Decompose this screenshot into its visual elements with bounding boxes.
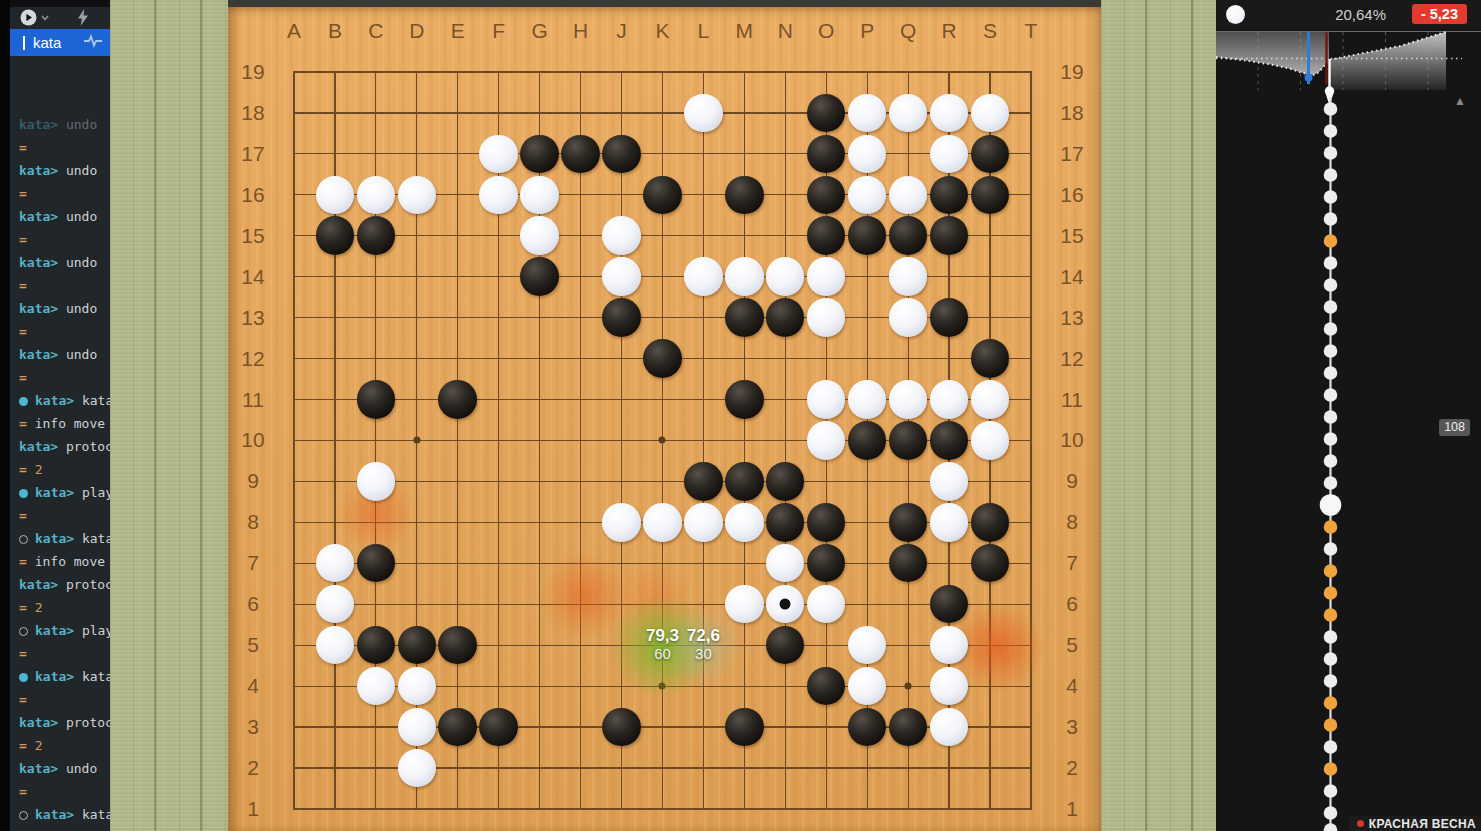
tree-node[interactable]	[1324, 696, 1338, 710]
stone-S11[interactable]	[971, 380, 1010, 419]
coord-label-top: O	[818, 19, 834, 43]
engine-name: kata	[33, 34, 61, 51]
stone-H17[interactable]	[561, 135, 600, 174]
pulse-icon	[84, 34, 102, 52]
coord-label-left: 11	[242, 388, 264, 412]
stone-P10[interactable]	[848, 421, 887, 460]
coord-label-top: T	[1025, 19, 1038, 43]
stone-K12[interactable]	[643, 339, 682, 378]
stone-C7[interactable]	[357, 544, 396, 583]
tree-node[interactable]	[1324, 762, 1338, 776]
last-move-marker	[780, 599, 791, 610]
gtp-response-line: =	[10, 366, 110, 389]
coord-label-left: 5	[247, 633, 259, 657]
stones-grid	[274, 52, 1052, 830]
coord-label-right: 18	[1060, 101, 1083, 125]
coord-label-top: N	[778, 19, 793, 43]
stone-R8[interactable]	[930, 503, 969, 542]
coord-label-top: A	[287, 19, 301, 43]
stone-L18[interactable]	[684, 94, 723, 133]
coord-label-right: 9	[1066, 469, 1078, 493]
gtp-command-line: kata> kata-analyze	[10, 389, 110, 412]
gtp-command-line: kata> undo	[10, 159, 110, 182]
tatami-mat-left	[110, 0, 228, 831]
coord-label-top: B	[328, 19, 342, 43]
stone-M16[interactable]	[725, 176, 764, 215]
tree-node[interactable]	[1324, 212, 1338, 226]
stone-N14[interactable]	[766, 257, 805, 296]
stone-E3[interactable]	[438, 708, 477, 747]
stone-C4[interactable]	[357, 667, 396, 706]
hollow-circle-icon	[19, 535, 28, 544]
coord-label-right: 3	[1066, 715, 1078, 739]
tree-node[interactable]	[1324, 322, 1338, 336]
tree-node[interactable]	[1324, 674, 1338, 688]
stone-O14[interactable]	[807, 257, 846, 296]
stone-R3[interactable]	[930, 708, 969, 747]
stone-P17[interactable]	[848, 135, 887, 174]
stone-D3[interactable]	[398, 708, 437, 747]
gtp-command-line: kata> undo	[10, 205, 110, 228]
tree-node[interactable]	[1324, 366, 1338, 380]
red-dot-icon	[1357, 820, 1364, 827]
tree-node-current[interactable]	[1320, 494, 1342, 516]
stone-R13[interactable]	[930, 298, 969, 337]
sidebar-header: 20,64% - 5,23	[1216, 0, 1481, 28]
stone-E5[interactable]	[438, 626, 477, 665]
stone-Q7[interactable]	[889, 544, 928, 583]
gtp-command-line: kata> undo	[10, 757, 110, 780]
gtp-command-line: kata> kata-analyze	[10, 803, 110, 826]
stone-N5[interactable]	[766, 626, 805, 665]
stone-S12[interactable]	[971, 339, 1010, 378]
stone-O8[interactable]	[807, 503, 846, 542]
tree-node[interactable]	[1324, 234, 1338, 248]
dropdown-caret-icon[interactable]	[41, 15, 49, 21]
stone-R18[interactable]	[930, 94, 969, 133]
coord-label-right: 10	[1060, 428, 1083, 452]
stone-J17[interactable]	[602, 135, 641, 174]
gtp-response-line: =	[10, 136, 110, 159]
score-badge: - 5,23	[1412, 4, 1467, 24]
gtp-response-line: =	[10, 688, 110, 711]
gtp-console-panel: kata kata> undo=kata> undo=kata> undo=ka…	[10, 0, 110, 831]
coord-label-left: 13	[241, 306, 264, 330]
stone-Q11[interactable]	[889, 380, 928, 419]
tree-node[interactable]	[1324, 300, 1338, 314]
coord-label-top: F	[492, 19, 505, 43]
white-stone-icon	[1226, 5, 1245, 24]
gtp-response-line: =	[10, 182, 110, 205]
stone-P11[interactable]	[848, 380, 887, 419]
stone-O17[interactable]	[807, 135, 846, 174]
stone-J14[interactable]	[602, 257, 641, 296]
stone-P5[interactable]	[848, 626, 887, 665]
stone-K16[interactable]	[643, 176, 682, 215]
coord-label-top: G	[531, 19, 547, 43]
stone-M14[interactable]	[725, 257, 764, 296]
stone-N7[interactable]	[766, 544, 805, 583]
tree-node[interactable]	[1324, 476, 1338, 490]
stone-R15[interactable]	[930, 216, 969, 255]
gtp-response-line: =	[10, 780, 110, 803]
tree-node[interactable]	[1324, 630, 1338, 644]
stone-Q10[interactable]	[889, 421, 928, 460]
stone-N9[interactable]	[766, 462, 805, 501]
console-top-strip	[10, 0, 110, 7]
gtp-response-line: = info move	[10, 550, 110, 573]
coord-label-top: H	[573, 19, 588, 43]
coord-label-left: 8	[247, 510, 259, 534]
coord-label-left: 17	[241, 142, 264, 166]
coord-label-left: 4	[247, 674, 259, 698]
gtp-response-line: =	[10, 320, 110, 343]
tree-node[interactable]	[1324, 586, 1338, 600]
gtp-response-line: = 2	[10, 458, 110, 481]
stone-B5[interactable]	[316, 626, 355, 665]
coord-label-right: 15	[1060, 224, 1083, 248]
tree-node[interactable]	[1324, 256, 1338, 270]
coord-label-top: P	[860, 19, 874, 43]
stone-R11[interactable]	[930, 380, 969, 419]
stone-B15[interactable]	[316, 216, 355, 255]
coord-label-left: 16	[241, 183, 264, 207]
tree-node[interactable]	[1324, 652, 1338, 666]
stone-K8[interactable]	[643, 503, 682, 542]
coord-label-left: 18	[241, 101, 264, 125]
filled-circle-icon	[19, 397, 28, 406]
coord-label-left: 14	[241, 265, 264, 289]
stone-Q18[interactable]	[889, 94, 928, 133]
gtp-command-line: kata> kata-analyze	[10, 665, 110, 688]
winrate-value: 20,64%	[1335, 6, 1386, 23]
stone-P18[interactable]	[848, 94, 887, 133]
gtp-response-line: =	[10, 642, 110, 665]
hollow-circle-icon	[19, 627, 28, 636]
coord-label-right: 5	[1066, 633, 1078, 657]
gtp-command-line: kata> undo	[10, 113, 110, 136]
stone-R5[interactable]	[930, 626, 969, 665]
tree-node[interactable]	[1324, 432, 1338, 446]
stone-Q8[interactable]	[889, 503, 928, 542]
filled-circle-icon	[19, 673, 28, 682]
coord-label-right: 19	[1060, 60, 1083, 84]
stone-Q3[interactable]	[889, 708, 928, 747]
stone-J15[interactable]	[602, 216, 641, 255]
coord-label-right: 6	[1066, 592, 1078, 616]
tree-node[interactable]	[1324, 520, 1338, 534]
tree-node[interactable]	[1324, 388, 1338, 402]
coord-label-left: 12	[241, 347, 264, 371]
stone-S18[interactable]	[971, 94, 1010, 133]
stone-P4[interactable]	[848, 667, 887, 706]
coord-label-right: 8	[1066, 510, 1078, 534]
tree-node[interactable]	[1324, 542, 1338, 556]
coord-label-left: 10	[241, 428, 264, 452]
stone-J8[interactable]	[602, 503, 641, 542]
coord-label-left: 7	[247, 551, 259, 575]
coord-label-top: K	[655, 19, 669, 43]
stone-O15[interactable]	[807, 216, 846, 255]
stone-C15[interactable]	[357, 216, 396, 255]
coord-label-right: 17	[1060, 142, 1083, 166]
app-window: kata kata> undo=kata> undo=kata> undo=ka…	[0, 0, 1481, 831]
stone-J13[interactable]	[602, 298, 641, 337]
tree-node[interactable]	[1324, 190, 1338, 204]
gtp-response-line: = 2	[10, 734, 110, 757]
stone-J3[interactable]	[602, 708, 641, 747]
tree-node[interactable]	[1324, 564, 1338, 578]
coord-label-left: 15	[241, 224, 264, 248]
text-cursor	[23, 36, 25, 50]
stone-O10[interactable]	[807, 421, 846, 460]
tree-node[interactable]	[1324, 823, 1338, 831]
stone-O16[interactable]	[807, 176, 846, 215]
stone-O7[interactable]	[807, 544, 846, 583]
play-circle-icon[interactable]	[20, 9, 37, 26]
coord-label-top: E	[451, 19, 465, 43]
stone-M11[interactable]	[725, 380, 764, 419]
stone-G14[interactable]	[520, 257, 559, 296]
tree-node[interactable]	[1324, 806, 1338, 820]
goban-board[interactable]: ABCDEFGHJKLMNOPQRST191918181717161615151…	[228, 7, 1101, 831]
stone-R16[interactable]	[930, 176, 969, 215]
stone-Q15[interactable]	[889, 216, 928, 255]
stone-M3[interactable]	[725, 708, 764, 747]
coord-label-right: 16	[1060, 183, 1083, 207]
coord-label-right: 13	[1060, 306, 1083, 330]
stone-R9[interactable]	[930, 462, 969, 501]
coord-label-top: R	[941, 19, 956, 43]
stone-Q13[interactable]	[889, 298, 928, 337]
gtp-command-line: kata> undo	[10, 343, 110, 366]
stone-G15[interactable]	[520, 216, 559, 255]
tree-node[interactable]	[1324, 410, 1338, 424]
coord-label-right: 11	[1061, 388, 1083, 412]
coord-label-right: 12	[1060, 347, 1083, 371]
stone-R6[interactable]	[930, 585, 969, 624]
tree-node[interactable]	[1324, 454, 1338, 468]
tatami-mat-right	[1101, 0, 1216, 831]
stone-S8[interactable]	[971, 503, 1010, 542]
tree-node[interactable]	[1324, 784, 1338, 798]
board-top-strip	[228, 0, 1101, 7]
stone-R4[interactable]	[930, 667, 969, 706]
stone-P16[interactable]	[848, 176, 887, 215]
watermark-text: КРАСНАЯ ВЕСНА	[1369, 817, 1476, 831]
coord-label-top: S	[983, 19, 997, 43]
stone-B16[interactable]	[316, 176, 355, 215]
gtp-command-line: kata> undo	[10, 297, 110, 320]
stone-M9[interactable]	[725, 462, 764, 501]
coord-label-top: C	[368, 19, 383, 43]
stone-N8[interactable]	[766, 503, 805, 542]
stone-N6[interactable]	[766, 585, 805, 624]
coord-label-top: M	[736, 19, 754, 43]
stone-M8[interactable]	[725, 503, 764, 542]
stone-D4[interactable]	[398, 667, 437, 706]
stone-B6[interactable]	[316, 585, 355, 624]
stone-D2[interactable]	[398, 749, 437, 788]
watermark: КРАСНАЯ ВЕСНА	[1349, 816, 1481, 831]
tree-node[interactable]	[1324, 278, 1338, 292]
stone-M6[interactable]	[725, 585, 764, 624]
stone-N13[interactable]	[766, 298, 805, 337]
stone-O4[interactable]	[807, 667, 846, 706]
tree-node[interactable]	[1324, 608, 1338, 622]
blue-marker-dot	[1305, 74, 1313, 82]
stone-G17[interactable]	[520, 135, 559, 174]
hollow-circle-icon	[19, 811, 28, 820]
tree-node[interactable]	[1324, 102, 1338, 116]
tree-node[interactable]	[1324, 740, 1338, 754]
stone-E11[interactable]	[438, 380, 477, 419]
coord-label-top: D	[409, 19, 424, 43]
coord-label-top: Q	[900, 19, 916, 43]
gtp-command-line: kata> protocol_version	[10, 435, 110, 458]
console-log: kata> undo=kata> undo=kata> undo=kata> u…	[10, 113, 110, 826]
window-edge	[0, 0, 10, 831]
stone-C9[interactable]	[357, 462, 396, 501]
coord-label-right: 2	[1066, 756, 1078, 780]
tree-node[interactable]	[1324, 168, 1338, 182]
move-number-badge: 108	[1439, 419, 1470, 436]
stone-C5[interactable]	[357, 626, 396, 665]
coord-label-top: J	[616, 19, 627, 43]
stone-Q16[interactable]	[889, 176, 928, 215]
stone-C11[interactable]	[357, 380, 396, 419]
winrate-area-left	[1216, 32, 1329, 75]
stone-S10[interactable]	[971, 421, 1010, 460]
coord-label-right: 14	[1060, 265, 1083, 289]
stone-S16[interactable]	[971, 176, 1010, 215]
stone-R17[interactable]	[930, 135, 969, 174]
stone-R10[interactable]	[930, 421, 969, 460]
stone-Q14[interactable]	[889, 257, 928, 296]
tree-node[interactable]	[1324, 344, 1338, 358]
coord-label-right: 7	[1066, 551, 1078, 575]
stone-G16[interactable]	[520, 176, 559, 215]
coord-label-left: 2	[247, 756, 259, 780]
stone-P3[interactable]	[848, 708, 887, 747]
tree-node[interactable]	[1324, 124, 1338, 138]
console-toolbar	[10, 7, 110, 28]
stone-B7[interactable]	[316, 544, 355, 583]
stone-L14[interactable]	[684, 257, 723, 296]
stone-C16[interactable]	[357, 176, 396, 215]
coord-label-top: L	[698, 19, 710, 43]
stone-D16[interactable]	[398, 176, 437, 215]
stone-S7[interactable]	[971, 544, 1010, 583]
goban-zone: ABCDEFGHJKLMNOPQRST191918181717161615151…	[228, 0, 1101, 831]
gtp-command-line: kata> play	[10, 481, 110, 504]
engine-item-kata[interactable]: kata	[10, 29, 110, 56]
coord-label-left: 19	[241, 60, 264, 84]
gtp-response-line: = info move	[10, 412, 110, 435]
stone-O13[interactable]	[807, 298, 846, 337]
gtp-command-line: kata> kata-analyze	[10, 527, 110, 550]
stone-O11[interactable]	[807, 380, 846, 419]
stone-F3[interactable]	[479, 708, 518, 747]
tree-node[interactable]	[1324, 718, 1338, 732]
coord-label-left: 9	[247, 469, 259, 493]
analysis-sidebar: 20,64% - 5,23 ▲ 108 КРАСНАЯ ВЕСНА	[1216, 0, 1481, 831]
gtp-response-line: =	[10, 504, 110, 527]
stone-F16[interactable]	[479, 176, 518, 215]
gtp-command-line: kata> play	[10, 619, 110, 642]
gtp-command-line: kata> protocol_version	[10, 711, 110, 734]
coord-label-right: 4	[1066, 674, 1078, 698]
stone-M13[interactable]	[725, 298, 764, 337]
stone-O6[interactable]	[807, 585, 846, 624]
gtp-response-line: =	[10, 274, 110, 297]
coord-label-left: 1	[247, 797, 259, 821]
tree-node[interactable]	[1324, 146, 1338, 160]
lightning-bolt-icon[interactable]	[77, 9, 89, 26]
gtp-response-line: = 2	[10, 596, 110, 619]
stone-O18[interactable]	[807, 94, 846, 133]
stone-L9[interactable]	[684, 462, 723, 501]
stone-F17[interactable]	[479, 135, 518, 174]
gtp-response-line: =	[10, 228, 110, 251]
stone-P15[interactable]	[848, 216, 887, 255]
scroll-up-icon[interactable]: ▲	[1454, 94, 1466, 108]
coord-label-right: 1	[1066, 797, 1078, 821]
coord-label-left: 6	[247, 592, 259, 616]
gtp-command-line: kata> protocol_version	[10, 573, 110, 596]
stone-L8[interactable]	[684, 503, 723, 542]
stone-D5[interactable]	[398, 626, 437, 665]
gtp-command-line: kata> undo	[10, 251, 110, 274]
coord-label-left: 3	[247, 715, 259, 739]
stone-S17[interactable]	[971, 135, 1010, 174]
filled-circle-icon	[19, 489, 28, 498]
